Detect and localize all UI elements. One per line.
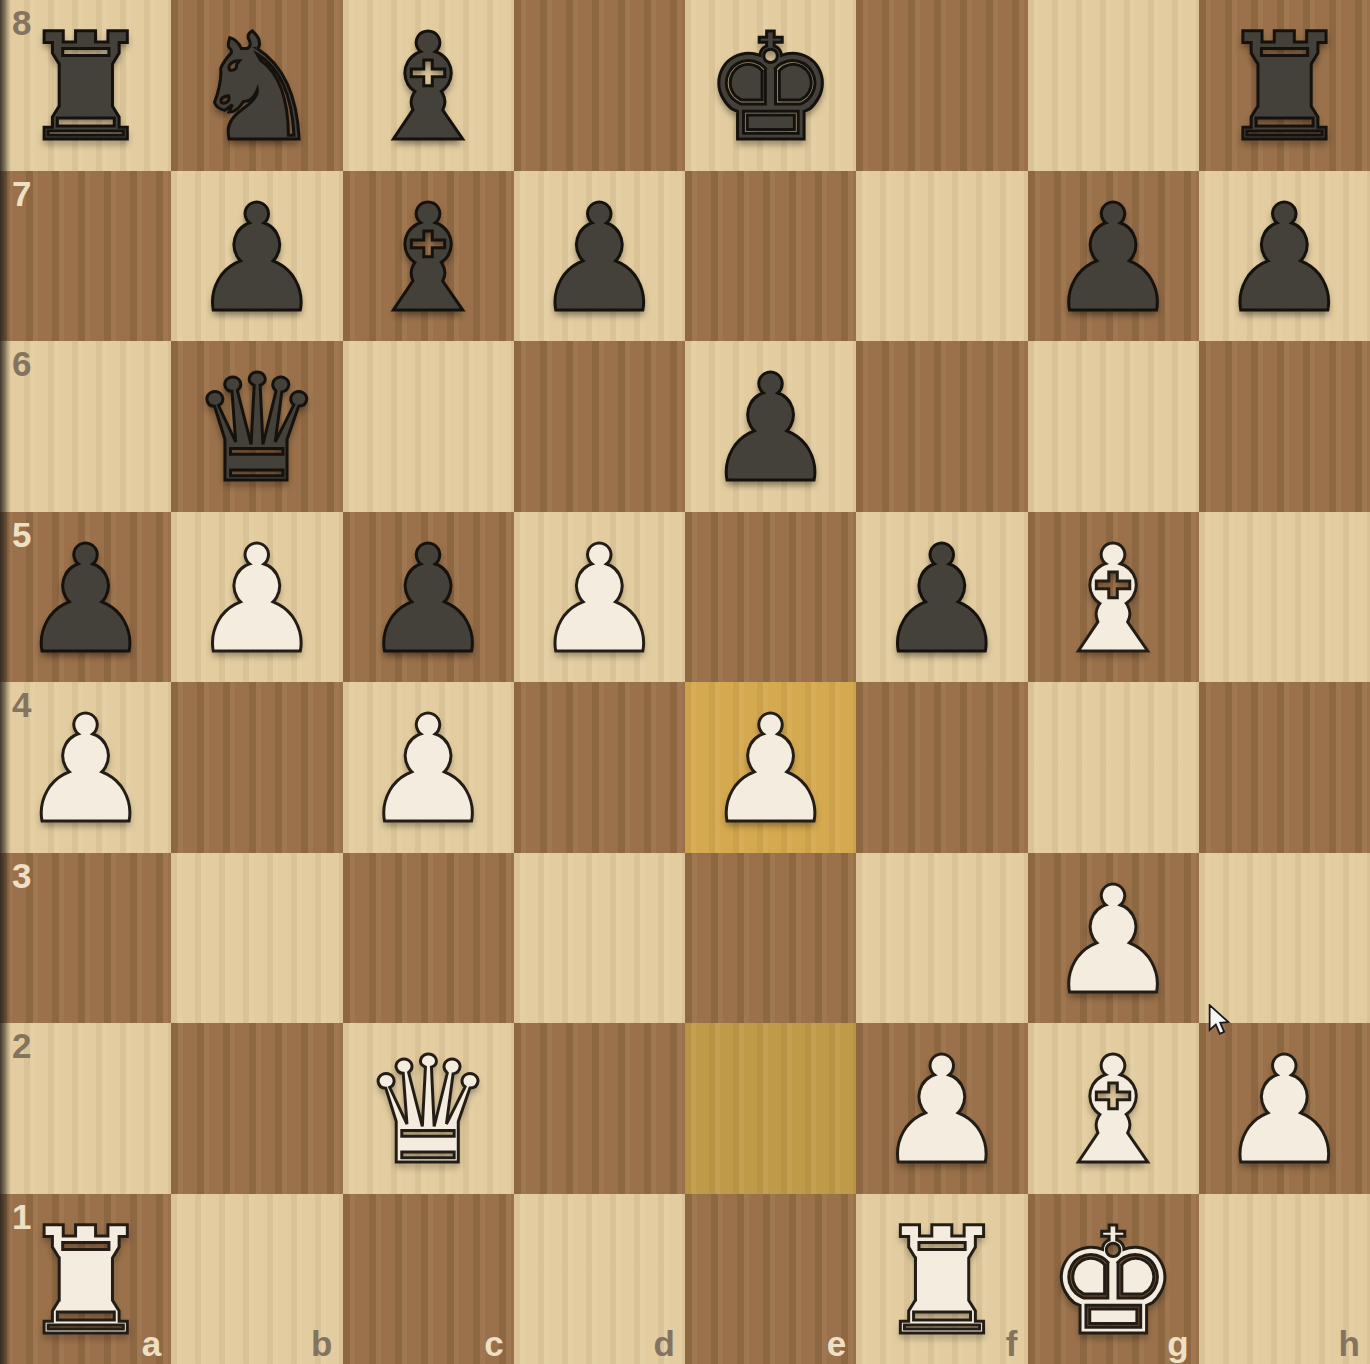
square-e4-highlighted[interactable]: ♟: [685, 682, 856, 853]
piece-white-pawn[interactable]: ♟: [514, 515, 685, 683]
square-d4[interactable]: [514, 682, 685, 853]
square-d5[interactable]: ♟: [514, 512, 685, 683]
square-f2[interactable]: ♟: [856, 1023, 1027, 1194]
piece-black-pawn[interactable]: ♟: [1028, 174, 1199, 342]
piece-white-queen[interactable]: ♛: [343, 1026, 514, 1194]
square-h6[interactable]: [1199, 341, 1370, 512]
square-a4[interactable]: 4♟: [0, 682, 171, 853]
square-g5[interactable]: ♝: [1028, 512, 1199, 683]
square-a8[interactable]: 8♜: [0, 0, 171, 171]
square-g2[interactable]: ♝: [1028, 1023, 1199, 1194]
square-a7[interactable]: 7: [0, 171, 171, 342]
piece-white-pawn[interactable]: ♟: [171, 515, 342, 683]
square-h8[interactable]: ♜: [1199, 0, 1370, 171]
square-f8[interactable]: [856, 0, 1027, 171]
square-e2-highlighted[interactable]: [685, 1023, 856, 1194]
piece-black-pawn[interactable]: ♟: [171, 174, 342, 342]
square-c1[interactable]: c: [343, 1194, 514, 1364]
piece-white-pawn[interactable]: ♟: [856, 1026, 1027, 1194]
square-d7[interactable]: ♟: [514, 171, 685, 342]
square-f4[interactable]: [856, 682, 1027, 853]
piece-black-pawn[interactable]: ♟: [343, 515, 514, 683]
square-b8[interactable]: ♞: [171, 0, 342, 171]
piece-white-pawn[interactable]: ♟: [1199, 1026, 1370, 1194]
piece-white-pawn[interactable]: ♟: [343, 685, 514, 853]
piece-black-queen[interactable]: ♛: [171, 344, 342, 512]
square-c8[interactable]: ♝: [343, 0, 514, 171]
file-label-a: a: [142, 1324, 161, 1364]
file-label-e: e: [827, 1324, 846, 1364]
file-label-b: b: [311, 1324, 332, 1364]
piece-black-pawn[interactable]: ♟: [685, 344, 856, 512]
rank-label-2: 2: [12, 1026, 31, 1066]
square-h1[interactable]: h: [1199, 1194, 1370, 1364]
square-c4[interactable]: ♟: [343, 682, 514, 853]
file-label-h: h: [1339, 1324, 1360, 1364]
square-g6[interactable]: [1028, 341, 1199, 512]
square-e6[interactable]: ♟: [685, 341, 856, 512]
square-b6[interactable]: ♛: [171, 341, 342, 512]
square-e1[interactable]: e: [685, 1194, 856, 1364]
rank-label-3: 3: [12, 856, 31, 896]
piece-black-bishop[interactable]: ♝: [343, 3, 514, 171]
square-b5[interactable]: ♟: [171, 512, 342, 683]
square-c3[interactable]: [343, 853, 514, 1024]
square-f1[interactable]: f♜: [856, 1194, 1027, 1364]
square-c2[interactable]: ♛: [343, 1023, 514, 1194]
square-c5[interactable]: ♟: [343, 512, 514, 683]
square-c6[interactable]: [343, 341, 514, 512]
square-b1[interactable]: b: [171, 1194, 342, 1364]
square-e7[interactable]: [685, 171, 856, 342]
rank-label-7: 7: [12, 174, 31, 214]
square-h2[interactable]: ♟: [1199, 1023, 1370, 1194]
square-g1[interactable]: g♚: [1028, 1194, 1199, 1364]
rank-label-5: 5: [12, 515, 31, 555]
chessboard: 8♜♞♝♚♜7♟♝♟♟♟6♛♟5♟♟♟♟♟♝4♟♟♟3♟2♛♟♝♟1a♜bcde…: [0, 0, 1370, 1364]
square-b2[interactable]: [171, 1023, 342, 1194]
rank-label-4: 4: [12, 685, 31, 725]
square-f7[interactable]: [856, 171, 1027, 342]
square-e8[interactable]: ♚: [685, 0, 856, 171]
square-f5[interactable]: ♟: [856, 512, 1027, 683]
piece-black-pawn[interactable]: ♟: [514, 174, 685, 342]
piece-black-knight[interactable]: ♞: [171, 3, 342, 171]
piece-white-bishop[interactable]: ♝: [1028, 515, 1199, 683]
chess-app: 8♜♞♝♚♜7♟♝♟♟♟6♛♟5♟♟♟♟♟♝4♟♟♟3♟2♛♟♝♟1a♜bcde…: [0, 0, 1370, 1364]
square-a5[interactable]: 5♟: [0, 512, 171, 683]
square-f3[interactable]: [856, 853, 1027, 1024]
square-a6[interactable]: 6: [0, 341, 171, 512]
rank-label-8: 8: [12, 3, 31, 43]
piece-black-bishop[interactable]: ♝: [343, 174, 514, 342]
square-h3[interactable]: [1199, 853, 1370, 1024]
piece-black-pawn[interactable]: ♟: [1199, 174, 1370, 342]
file-label-d: d: [654, 1324, 675, 1364]
piece-black-pawn[interactable]: ♟: [856, 515, 1027, 683]
piece-white-rook[interactable]: ♜: [856, 1197, 1027, 1364]
piece-white-pawn[interactable]: ♟: [1028, 856, 1199, 1024]
square-f6[interactable]: [856, 341, 1027, 512]
square-e3[interactable]: [685, 853, 856, 1024]
square-a3[interactable]: 3: [0, 853, 171, 1024]
square-g7[interactable]: ♟: [1028, 171, 1199, 342]
square-a2[interactable]: 2: [0, 1023, 171, 1194]
square-e5[interactable]: [685, 512, 856, 683]
square-g3[interactable]: ♟: [1028, 853, 1199, 1024]
square-d1[interactable]: d: [514, 1194, 685, 1364]
square-d6[interactable]: [514, 341, 685, 512]
piece-white-bishop[interactable]: ♝: [1028, 1026, 1199, 1194]
rank-label-6: 6: [12, 344, 31, 384]
rank-label-1: 1: [12, 1197, 31, 1237]
square-b4[interactable]: [171, 682, 342, 853]
file-label-c: c: [484, 1324, 503, 1364]
file-label-f: f: [1006, 1324, 1018, 1364]
square-h4[interactable]: [1199, 682, 1370, 853]
piece-black-king[interactable]: ♚: [685, 3, 856, 171]
square-h5[interactable]: [1199, 512, 1370, 683]
piece-black-rook[interactable]: ♜: [1199, 3, 1370, 171]
square-g4[interactable]: [1028, 682, 1199, 853]
square-c7[interactable]: ♝: [343, 171, 514, 342]
square-a1[interactable]: 1a♜: [0, 1194, 171, 1364]
square-g8[interactable]: [1028, 0, 1199, 171]
file-label-g: g: [1167, 1324, 1188, 1364]
square-b3[interactable]: [171, 853, 342, 1024]
square-d2[interactable]: [514, 1023, 685, 1194]
square-h7[interactable]: ♟: [1199, 171, 1370, 342]
square-d3[interactable]: [514, 853, 685, 1024]
square-d8[interactable]: [514, 0, 685, 171]
piece-white-pawn[interactable]: ♟: [685, 685, 856, 853]
square-b7[interactable]: ♟: [171, 171, 342, 342]
